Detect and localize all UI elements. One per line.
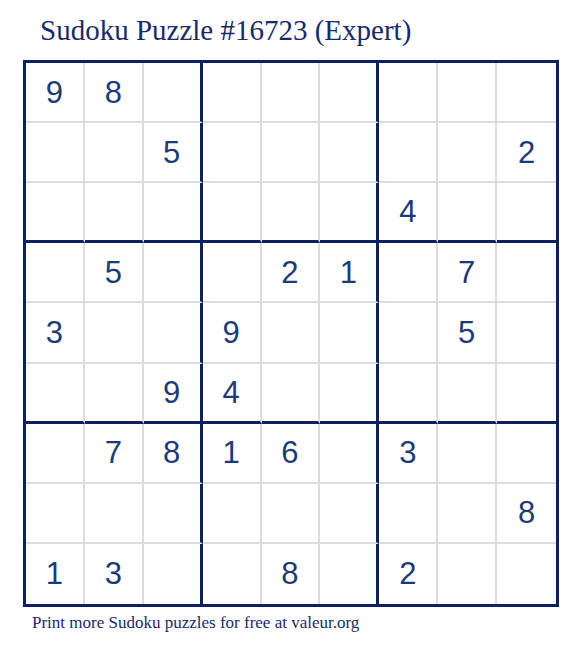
cell-r2c1[interactable] xyxy=(26,123,85,183)
cell-r5c9[interactable] xyxy=(497,303,556,363)
cell-r2c8[interactable] xyxy=(438,123,497,183)
cell-r3c7[interactable]: 4 xyxy=(379,183,438,243)
cell-r2c2[interactable] xyxy=(85,123,144,183)
cell-r8c3[interactable] xyxy=(144,484,203,544)
cell-r7c7[interactable]: 3 xyxy=(379,424,438,484)
cell-r2c3[interactable]: 5 xyxy=(144,123,203,183)
cell-r6c8[interactable] xyxy=(438,364,497,424)
cell-r8c8[interactable] xyxy=(438,484,497,544)
cell-r3c3[interactable] xyxy=(144,183,203,243)
cell-r5c4[interactable]: 9 xyxy=(203,303,262,363)
cell-r5c6[interactable] xyxy=(320,303,379,363)
cell-r3c9[interactable] xyxy=(497,183,556,243)
cell-r5c1[interactable]: 3 xyxy=(26,303,85,363)
cell-r8c6[interactable] xyxy=(320,484,379,544)
page-title: Sudoku Puzzle #16723 (Expert) xyxy=(40,14,411,47)
cell-r3c4[interactable] xyxy=(203,183,262,243)
cell-r1c3[interactable] xyxy=(144,63,203,123)
cell-r1c7[interactable] xyxy=(379,63,438,123)
cell-r9c4[interactable] xyxy=(203,544,262,604)
cell-r1c9[interactable] xyxy=(497,63,556,123)
sudoku-board: 985245217395947816381382 xyxy=(23,60,559,607)
cell-r1c2[interactable]: 8 xyxy=(85,63,144,123)
cell-r7c8[interactable] xyxy=(438,424,497,484)
cell-r4c5[interactable]: 2 xyxy=(262,243,321,303)
cell-r8c9[interactable]: 8 xyxy=(497,484,556,544)
cell-r6c4[interactable]: 4 xyxy=(203,364,262,424)
cell-r9c3[interactable] xyxy=(144,544,203,604)
cell-r1c8[interactable] xyxy=(438,63,497,123)
cell-r8c4[interactable] xyxy=(203,484,262,544)
cell-r9c7[interactable]: 2 xyxy=(379,544,438,604)
cell-r9c5[interactable]: 8 xyxy=(262,544,321,604)
cell-r7c4[interactable]: 1 xyxy=(203,424,262,484)
cell-r4c3[interactable] xyxy=(144,243,203,303)
cell-r6c1[interactable] xyxy=(26,364,85,424)
cell-r6c5[interactable] xyxy=(262,364,321,424)
cell-r4c7[interactable] xyxy=(379,243,438,303)
cell-r7c2[interactable]: 7 xyxy=(85,424,144,484)
cell-r1c6[interactable] xyxy=(320,63,379,123)
cell-r2c5[interactable] xyxy=(262,123,321,183)
cell-r2c4[interactable] xyxy=(203,123,262,183)
cell-r2c7[interactable] xyxy=(379,123,438,183)
cell-r6c3[interactable]: 9 xyxy=(144,364,203,424)
cell-r7c3[interactable]: 8 xyxy=(144,424,203,484)
cell-r9c9[interactable] xyxy=(497,544,556,604)
cell-r3c6[interactable] xyxy=(320,183,379,243)
cell-r8c7[interactable] xyxy=(379,484,438,544)
cell-r7c1[interactable] xyxy=(26,424,85,484)
cell-r4c8[interactable]: 7 xyxy=(438,243,497,303)
cell-r5c8[interactable]: 5 xyxy=(438,303,497,363)
cell-r9c6[interactable] xyxy=(320,544,379,604)
footer-text: Print more Sudoku puzzles for free at va… xyxy=(32,613,359,633)
cell-r6c6[interactable] xyxy=(320,364,379,424)
cell-r1c1[interactable]: 9 xyxy=(26,63,85,123)
cell-r3c1[interactable] xyxy=(26,183,85,243)
cell-r3c5[interactable] xyxy=(262,183,321,243)
cell-r8c2[interactable] xyxy=(85,484,144,544)
cell-r5c3[interactable] xyxy=(144,303,203,363)
cell-r9c2[interactable]: 3 xyxy=(85,544,144,604)
cell-r6c7[interactable] xyxy=(379,364,438,424)
cell-r5c5[interactable] xyxy=(262,303,321,363)
cell-r6c2[interactable] xyxy=(85,364,144,424)
cell-r3c8[interactable] xyxy=(438,183,497,243)
cell-r4c4[interactable] xyxy=(203,243,262,303)
cell-r1c5[interactable] xyxy=(262,63,321,123)
cell-r8c1[interactable] xyxy=(26,484,85,544)
cell-r3c2[interactable] xyxy=(85,183,144,243)
cell-r9c8[interactable] xyxy=(438,544,497,604)
cell-r4c9[interactable] xyxy=(497,243,556,303)
cell-r8c5[interactable] xyxy=(262,484,321,544)
cell-r7c9[interactable] xyxy=(497,424,556,484)
cell-r6c9[interactable] xyxy=(497,364,556,424)
cell-r7c5[interactable]: 6 xyxy=(262,424,321,484)
cell-r9c1[interactable]: 1 xyxy=(26,544,85,604)
cell-r4c2[interactable]: 5 xyxy=(85,243,144,303)
cell-r5c2[interactable] xyxy=(85,303,144,363)
cell-r4c6[interactable]: 1 xyxy=(320,243,379,303)
cell-r5c7[interactable] xyxy=(379,303,438,363)
cell-r1c4[interactable] xyxy=(203,63,262,123)
cell-r2c9[interactable]: 2 xyxy=(497,123,556,183)
sudoku-page: Sudoku Puzzle #16723 (Expert) 9852452173… xyxy=(0,0,580,651)
cell-r2c6[interactable] xyxy=(320,123,379,183)
cell-r7c6[interactable] xyxy=(320,424,379,484)
cell-r4c1[interactable] xyxy=(26,243,85,303)
